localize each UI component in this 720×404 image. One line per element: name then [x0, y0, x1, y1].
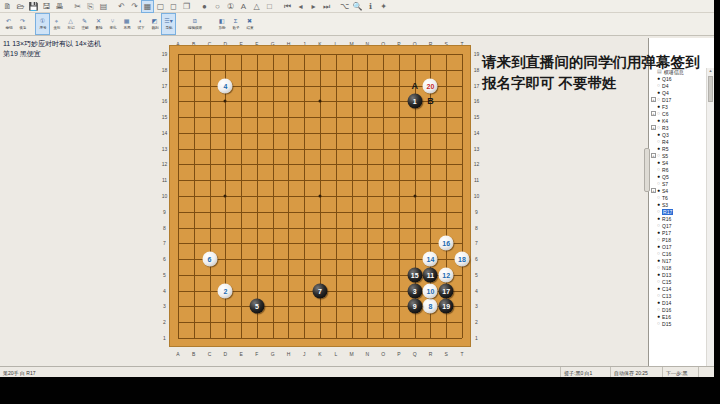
move-label: C14 — [662, 286, 671, 292]
stone-white-icon[interactable]: ○ — [212, 1, 223, 12]
grid-line — [352, 54, 353, 338]
print-icon[interactable]: 🖶 — [54, 1, 65, 12]
move-label: R16 — [662, 216, 671, 222]
coord-label: G — [271, 351, 275, 357]
situation-button[interactable]: ◧形势 — [215, 14, 228, 34]
coord-label: 12 — [474, 161, 480, 167]
coord-label: J — [303, 351, 306, 357]
move-label: C13 — [662, 293, 671, 299]
edit-kifu-button[interactable]: 🗎编辑棋谱 — [182, 14, 208, 34]
coord-label: 11 — [162, 177, 167, 183]
coord-label: 4 — [475, 288, 478, 294]
coord-label: K — [318, 351, 321, 357]
coord-label: M — [349, 351, 353, 357]
white-stone-icon: ○ — [657, 293, 660, 298]
button-label: 变化 — [109, 25, 116, 30]
copy-icon[interactable]: ⎘ — [85, 1, 96, 12]
black-stone-icon: ● — [657, 300, 660, 305]
coord-label: 18 — [162, 67, 168, 73]
white-stone-icon: ○ — [657, 265, 660, 270]
move-label: Q3 — [662, 132, 669, 138]
expand-icon[interactable]: + — [651, 125, 656, 130]
coords-left: 19181716151413121110987654321 — [161, 54, 168, 338]
stone-white-2[interactable]: 2 — [218, 283, 233, 298]
sidebar-scrollbar[interactable]: ▲ — [706, 68, 714, 366]
coord-label: 3 — [163, 303, 166, 309]
notes-icon: ✎ — [82, 18, 87, 25]
grid-line — [178, 322, 462, 323]
tree-move-16[interactable]: ○S7 — [650, 180, 706, 187]
white-stone-icon: ○ — [657, 167, 660, 172]
white-stone-icon: ○ — [657, 251, 660, 256]
layout-icon: ▦ — [124, 18, 130, 25]
button-label: 导航 — [165, 25, 172, 30]
grid-line — [336, 54, 337, 338]
coord-label: L — [334, 351, 337, 357]
black-stone-icon: ● — [657, 174, 660, 179]
stone-white-16[interactable]: 16 — [439, 236, 454, 251]
tree-move-23[interactable]: ●P17 — [650, 229, 706, 236]
board-icon[interactable]: ▦ — [142, 1, 153, 12]
tree-icon[interactable]: ⌥ — [339, 1, 350, 12]
live-broadcast-message: 请来到直播间的同学们用弹幕签到 报名字即可 不要带姓 — [482, 52, 710, 94]
white-stone-icon: ○ — [657, 125, 660, 130]
stone-white-12[interactable]: 12 — [439, 267, 454, 282]
tree-move-6[interactable]: +○C6 — [650, 110, 706, 117]
tree-move-18[interactable]: ○T6 — [650, 194, 706, 201]
tree-move-11[interactable]: ●R5 — [650, 145, 706, 152]
black-stone-icon: ● — [657, 202, 660, 207]
count-icon: Σ — [234, 18, 238, 25]
situation-icon: ◧ — [219, 18, 225, 25]
grid-line — [178, 338, 462, 339]
tree-move-29[interactable]: ●D13 — [650, 271, 706, 278]
move-label: C15 — [662, 279, 671, 285]
stone-black-9[interactable]: 9 — [407, 299, 422, 314]
move-label: Q17 — [662, 223, 671, 229]
expand-icon[interactable]: + — [651, 153, 656, 158]
black-stone-icon: ● — [657, 258, 660, 263]
white-stone-icon: ○ — [657, 195, 660, 200]
move-label: P18 — [662, 237, 671, 243]
coord-label: 12 — [162, 161, 168, 167]
stone-black-1[interactable]: 1 — [407, 94, 422, 109]
goban-grid[interactable]: AB12345678910111214151617181920 — [178, 54, 462, 338]
numbers-icon: ① — [40, 18, 45, 25]
grid-line — [178, 243, 462, 244]
comment-line1: 11 13×巧妙应对时有以 14×选机 — [3, 39, 158, 49]
coord-label: D — [224, 351, 228, 357]
status-left: 第20手 白 R17 — [3, 370, 36, 376]
coord-label: 18 — [474, 67, 480, 73]
tree-move-21[interactable]: ●R16 — [650, 215, 706, 222]
move-label: D16 — [662, 307, 671, 313]
coords-button[interactable]: ⌖坐标 — [50, 14, 63, 34]
status-captures: 提子:黑0 白1 — [560, 367, 610, 377]
move-label: R17 — [662, 209, 673, 215]
grid-line — [399, 54, 400, 338]
close-icon: ✖ — [247, 18, 252, 25]
move-label: S3 — [662, 202, 668, 208]
coord-label: 8 — [475, 225, 478, 231]
button-label: 标记 — [67, 25, 74, 30]
undo-icon: ↶ — [6, 18, 11, 25]
stone-black-icon[interactable]: ● — [199, 1, 210, 12]
status-next-move: 下一步:黑 — [662, 367, 698, 377]
black-stone-icon: ● — [657, 314, 660, 319]
coord-label: 4 — [163, 288, 166, 294]
coord-label: E — [239, 351, 242, 357]
grid-line — [178, 259, 462, 260]
move-label: N18 — [662, 265, 671, 271]
button-label: 序号 — [39, 25, 46, 30]
undo-icon[interactable]: ↶ — [116, 1, 127, 12]
notes-button[interactable]: ✎注解 — [78, 14, 91, 34]
tree-move-10[interactable]: ○R4 — [650, 138, 706, 145]
move-label: D17 — [662, 97, 671, 103]
navigate-button[interactable]: ☰▾导航 — [162, 14, 175, 34]
marks-icon: △ — [68, 18, 73, 25]
coord-label: C — [208, 351, 212, 357]
star-point — [224, 195, 227, 198]
tree-move-32[interactable]: ○C13 — [650, 292, 706, 299]
expand-icon[interactable]: + — [651, 111, 656, 116]
trial-button[interactable]: ◐试下 — [134, 14, 147, 34]
move-label: R6 — [662, 167, 668, 173]
white-stone-icon: ○ — [657, 153, 660, 158]
tree-move-24[interactable]: ○P18 — [650, 236, 706, 243]
black-stone-icon: ● — [657, 118, 660, 123]
stone-black-19[interactable]: 19 — [439, 299, 454, 314]
layout-button[interactable]: ▦布局 — [120, 14, 133, 34]
judge-button[interactable]: ◩裁判 — [148, 14, 161, 34]
search-icon[interactable]: 🔍 — [352, 1, 363, 12]
status-extra — [698, 367, 714, 377]
move-label: F3 — [662, 104, 668, 110]
stone-black-11[interactable]: 11 — [423, 267, 438, 282]
expand-icon[interactable]: + — [651, 188, 656, 193]
edit-kifu-icon: 🗎 — [192, 18, 198, 25]
coord-label: B — [192, 351, 195, 357]
toolbar-secondary: ↶撤销↷恢复①序号⌖坐标△标记✎注解✕删除⑂变化▦布局◐试下◩裁判☰▾导航🗎编辑… — [0, 13, 714, 36]
black-stone-icon: ● — [657, 160, 660, 165]
new-file-icon[interactable]: 🗎 — [2, 1, 13, 12]
coord-label: 13 — [474, 146, 480, 152]
overlay-line1: 请来到直播间的同学们用弹幕签到 — [482, 52, 710, 73]
move-label: S4 — [662, 188, 668, 194]
status-bar: 第20手 白 R17 提子:黑0 白1 自动保存 20:25 下一步:黑 — [0, 366, 714, 377]
coord-label: 6 — [163, 256, 166, 262]
tree-move-5[interactable]: ●F3 — [650, 103, 706, 110]
cut-icon[interactable]: ✂ — [72, 1, 83, 12]
tree-move-26[interactable]: ○C16 — [650, 250, 706, 257]
coord-label: 11 — [474, 177, 479, 183]
undo-button[interactable]: ↶撤销 — [2, 14, 15, 34]
coord-label: 10 — [474, 193, 480, 199]
navigate-icon: ☰▾ — [164, 18, 172, 25]
white-stone-icon: ○ — [657, 279, 660, 284]
delete-button[interactable]: ✕删除 — [92, 14, 105, 34]
coord-label: 17 — [162, 83, 168, 89]
status-autosave: 自动保存 20:25 — [610, 367, 662, 377]
move-label: N17 — [662, 258, 671, 264]
trial-icon: ◐ — [139, 18, 143, 25]
button-label: 删除 — [95, 25, 102, 30]
coord-label: 9 — [163, 209, 166, 215]
coord-label: 1 — [163, 335, 166, 341]
button-label: 撤销 — [5, 25, 12, 30]
screen: 🗎🗁💾🖫🖶✂⎘▤↶↷▦▢◻❐●○①A△□⏮◂▸⏭⌥🔍ℹ✦ ↶撤销↷恢复①序号⌖坐… — [0, 0, 720, 404]
first-move-icon[interactable]: ⏮ — [282, 1, 293, 12]
close-button[interactable]: ✖结束 — [243, 14, 256, 34]
tree-move-13[interactable]: ●S4 — [650, 159, 706, 166]
coord-label: 1 — [475, 335, 478, 341]
stone-black-15[interactable]: 15 — [407, 267, 422, 282]
coords-right: 19181716151413121110987654321 — [473, 54, 480, 338]
letterbox-right — [714, 0, 720, 377]
move-label: O17 — [662, 244, 671, 250]
coord-label: P — [397, 351, 400, 357]
paste-icon[interactable]: ▤ — [98, 1, 109, 12]
move-label: C16 — [662, 251, 671, 257]
black-stone-icon: ● — [657, 104, 660, 109]
button-label: 坐标 — [53, 25, 60, 30]
white-stone-icon: ○ — [657, 97, 660, 102]
coord-label: 10 — [162, 193, 168, 199]
go-board[interactable]: ABCDEFGHJKLMNOPQRST ABCDEFGHJKLMNOPQRST … — [160, 38, 480, 360]
tree-move-19[interactable]: ●S3 — [650, 201, 706, 208]
tree-move-35[interactable]: ●E16 — [650, 313, 706, 320]
coord-label: 16 — [162, 98, 168, 104]
help-icon[interactable]: ✦ — [378, 1, 389, 12]
button-label: 裁判 — [151, 25, 158, 30]
coord-label: R — [429, 351, 433, 357]
coord-label: 19 — [162, 51, 168, 57]
coord-label: S — [445, 351, 448, 357]
black-stone-icon: ● — [657, 188, 660, 193]
move-label: K4 — [662, 118, 668, 124]
save-all-icon[interactable]: 🖫 — [41, 1, 52, 12]
info-icon[interactable]: ℹ — [365, 1, 376, 12]
move-label: D14 — [662, 300, 671, 306]
coord-label: N — [366, 351, 370, 357]
tree-move-17[interactable]: +●S4 — [650, 187, 706, 194]
button-label: 恢复 — [19, 25, 26, 30]
black-stone-icon: ● — [657, 286, 660, 291]
coord-label: 7 — [163, 240, 166, 246]
triangle-mark-icon[interactable]: △ — [251, 1, 262, 12]
grid-icon[interactable]: ▢ — [155, 1, 166, 12]
star-point — [413, 195, 416, 198]
tree-move-14[interactable]: ○R6 — [650, 166, 706, 173]
black-stone-icon: ● — [657, 230, 660, 235]
move-label: T6 — [662, 195, 668, 201]
letter-mark-icon[interactable]: A — [238, 1, 249, 12]
black-stone-icon: ● — [657, 132, 660, 137]
tree-move-25[interactable]: ●O17 — [650, 243, 706, 250]
white-stone-icon: ○ — [657, 321, 660, 326]
coord-label: 8 — [163, 225, 166, 231]
black-stone-icon: ● — [657, 272, 660, 277]
goban-wood[interactable]: AB12345678910111214151617181920 — [170, 46, 470, 346]
tree-move-28[interactable]: ○N18 — [650, 264, 706, 271]
variation-button[interactable]: ⑂变化 — [106, 14, 119, 34]
star-point — [319, 100, 322, 103]
white-stone-icon: ○ — [657, 307, 660, 312]
point-label-A[interactable]: A — [411, 81, 418, 91]
move-label: S4 — [662, 160, 668, 166]
black-stone-icon: ● — [657, 216, 660, 221]
star-point — [224, 100, 227, 103]
stone-white-14[interactable]: 14 — [423, 252, 438, 267]
go-app-window: 🗎🗁💾🖫🖶✂⎘▤↶↷▦▢◻❐●○①A△□⏮◂▸⏭⌥🔍ℹ✦ ↶撤销↷恢复①序号⌖坐… — [0, 0, 714, 377]
coord-label: 9 — [475, 209, 478, 215]
grid-line — [367, 54, 368, 338]
coord-label: T — [460, 351, 463, 357]
marks-button[interactable]: △标记 — [64, 14, 77, 34]
tree-move-9[interactable]: ●Q3 — [650, 131, 706, 138]
stone-black-5[interactable]: 5 — [249, 299, 264, 314]
tree-move-12[interactable]: +○S5 — [650, 152, 706, 159]
move-label: C6 — [662, 111, 668, 117]
star-point — [319, 195, 322, 198]
coord-label: 5 — [475, 272, 478, 278]
toolbar-main: 🗎🗁💾🖫🖶✂⎘▤↶↷▦▢◻❐●○①A△□⏮◂▸⏭⌥🔍ℹ✦ — [0, 0, 714, 13]
tree-move-34[interactable]: ○D16 — [650, 306, 706, 313]
comment-line2: 第19 黑便宜 — [3, 49, 158, 59]
stone-white-6[interactable]: 6 — [202, 252, 217, 267]
count-button[interactable]: Σ数子 — [229, 14, 242, 34]
coord-label: 15 — [474, 114, 480, 120]
move-label: S5 — [662, 153, 668, 159]
tree-move-7[interactable]: ●K4 — [650, 117, 706, 124]
open-icon[interactable]: 🗁 — [15, 1, 26, 12]
black-stone-icon: ● — [657, 244, 660, 249]
judge-icon: ◩ — [152, 18, 158, 25]
white-stone-icon: ○ — [657, 139, 660, 144]
variation-icon: ⑂ — [111, 18, 115, 25]
move-label: S7 — [662, 181, 668, 187]
coord-label: 14 — [162, 130, 168, 136]
letterbox-bottom — [0, 377, 720, 404]
white-stone-icon: ○ — [657, 237, 660, 242]
coord-label: 6 — [475, 256, 478, 262]
stone-white-20[interactable]: 20 — [423, 78, 438, 93]
number-mark-icon[interactable]: ① — [225, 1, 236, 12]
coord-label: A — [176, 351, 179, 357]
coord-label: Q — [413, 351, 417, 357]
grid-line — [178, 212, 462, 213]
move-label: P17 — [662, 230, 671, 236]
move-label: E16 — [662, 314, 671, 320]
black-stone-icon: ● — [657, 146, 660, 151]
stone-white-10[interactable]: 10 — [423, 283, 438, 298]
button-label: 布局 — [123, 25, 130, 30]
overlay-line2: 报名字即可 不要带姓 — [482, 73, 710, 94]
coord-label: F — [255, 351, 258, 357]
tree-move-33[interactable]: ●D14 — [650, 299, 706, 306]
redo-icon: ↷ — [20, 18, 25, 25]
coord-label: 7 — [475, 240, 478, 246]
coord-label: 2 — [475, 319, 478, 325]
move-label: R5 — [662, 146, 668, 152]
panel-splitter-handle[interactable] — [644, 148, 650, 192]
window-icon[interactable]: ❐ — [181, 1, 192, 12]
coord-label: 3 — [475, 303, 478, 309]
redo-icon[interactable]: ↷ — [129, 1, 140, 12]
button-label: 数子 — [232, 25, 239, 30]
coord-label: 14 — [474, 130, 480, 136]
grid-line — [383, 54, 384, 338]
coord-label: 13 — [162, 146, 168, 152]
tree-move-22[interactable]: ○Q17 — [650, 222, 706, 229]
frame-icon[interactable]: ◻ — [168, 1, 179, 12]
coord-label: 15 — [162, 114, 168, 120]
coord-label: H — [287, 351, 291, 357]
coords-icon: ⌖ — [55, 18, 58, 25]
button-label: 形势 — [218, 25, 225, 30]
delete-icon: ✕ — [96, 18, 101, 25]
move-label: D13 — [662, 272, 671, 278]
numbers-button[interactable]: ①序号 — [36, 14, 49, 34]
coord-label: 17 — [474, 83, 480, 89]
last-move-icon[interactable]: ⏭ — [321, 1, 332, 12]
move-label: R4 — [662, 139, 668, 145]
move-tree[interactable]: ▤棋谱信息●Q16○D4●Q4+○D17●F3+○C6●K4+○R3●Q3○R4… — [650, 68, 706, 364]
button-label: 结束 — [246, 25, 253, 30]
coord-label: 16 — [474, 98, 480, 104]
white-stone-icon: ○ — [657, 223, 660, 228]
coord-label: O — [381, 351, 385, 357]
move-label: R3 — [662, 125, 668, 131]
button-label: 试下 — [137, 25, 144, 30]
coord-label: 2 — [163, 319, 166, 325]
expand-icon[interactable]: + — [651, 97, 656, 102]
stone-black-7[interactable]: 7 — [313, 283, 328, 298]
save-icon[interactable]: 💾 — [28, 1, 39, 12]
next-move-icon[interactable]: ▸ — [308, 1, 319, 12]
redo-button[interactable]: ↷恢复 — [16, 14, 29, 34]
white-stone-icon: ○ — [657, 111, 660, 116]
point-label-B[interactable]: B — [427, 96, 434, 106]
stone-white-4[interactable]: 4 — [218, 78, 233, 93]
square-mark-icon[interactable]: □ — [264, 1, 275, 12]
coord-label: 5 — [163, 272, 166, 278]
stone-white-8[interactable]: 8 — [423, 299, 438, 314]
tree-move-27[interactable]: ●N17 — [650, 257, 706, 264]
tree-move-30[interactable]: ○C15 — [650, 278, 706, 285]
tree-move-15[interactable]: ●Q5 — [650, 173, 706, 180]
button-label: 编辑棋谱 — [188, 25, 202, 30]
prev-move-icon[interactable]: ◂ — [295, 1, 306, 12]
grid-line — [178, 228, 462, 229]
move-label: D15 — [662, 321, 671, 327]
button-label: 注解 — [81, 25, 88, 30]
move-label: Q5 — [662, 174, 669, 180]
tree-move-8[interactable]: +○R3 — [650, 124, 706, 131]
stone-white-18[interactable]: 18 — [455, 252, 470, 267]
stone-black-17[interactable]: 17 — [439, 283, 454, 298]
coords-bottom: ABCDEFGHJKLMNOPQRST — [178, 351, 462, 357]
stone-black-3[interactable]: 3 — [407, 283, 422, 298]
white-stone-icon: ○ — [657, 181, 660, 186]
tree-move-36[interactable]: ○D15 — [650, 320, 706, 327]
white-stone-icon: ○ — [657, 209, 660, 214]
tree-move-31[interactable]: ●C14 — [650, 285, 706, 292]
tree-move-4[interactable]: +○D17 — [650, 96, 706, 103]
grid-line — [462, 54, 463, 338]
tree-move-20[interactable]: ○R17 — [650, 208, 706, 215]
